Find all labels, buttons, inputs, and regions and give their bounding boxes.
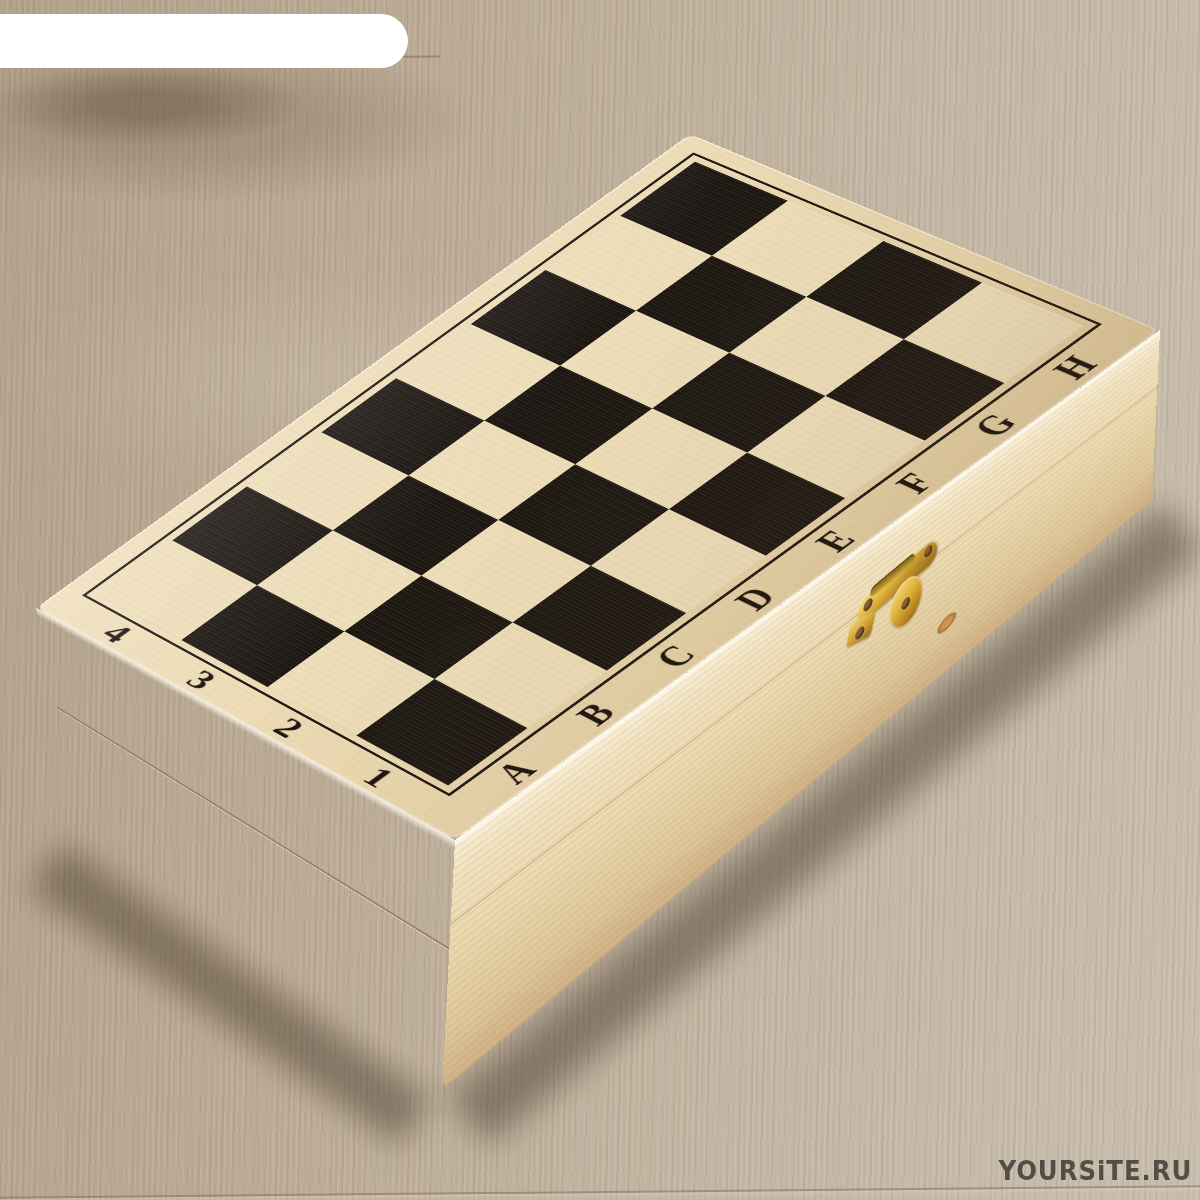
blank-label-pill — [0, 14, 408, 68]
watermark: YOURSiTE.RU — [998, 1156, 1192, 1186]
product-photo-scene: 4321ABCDEFGH YOURSiTE.RU — [0, 0, 1200, 1200]
